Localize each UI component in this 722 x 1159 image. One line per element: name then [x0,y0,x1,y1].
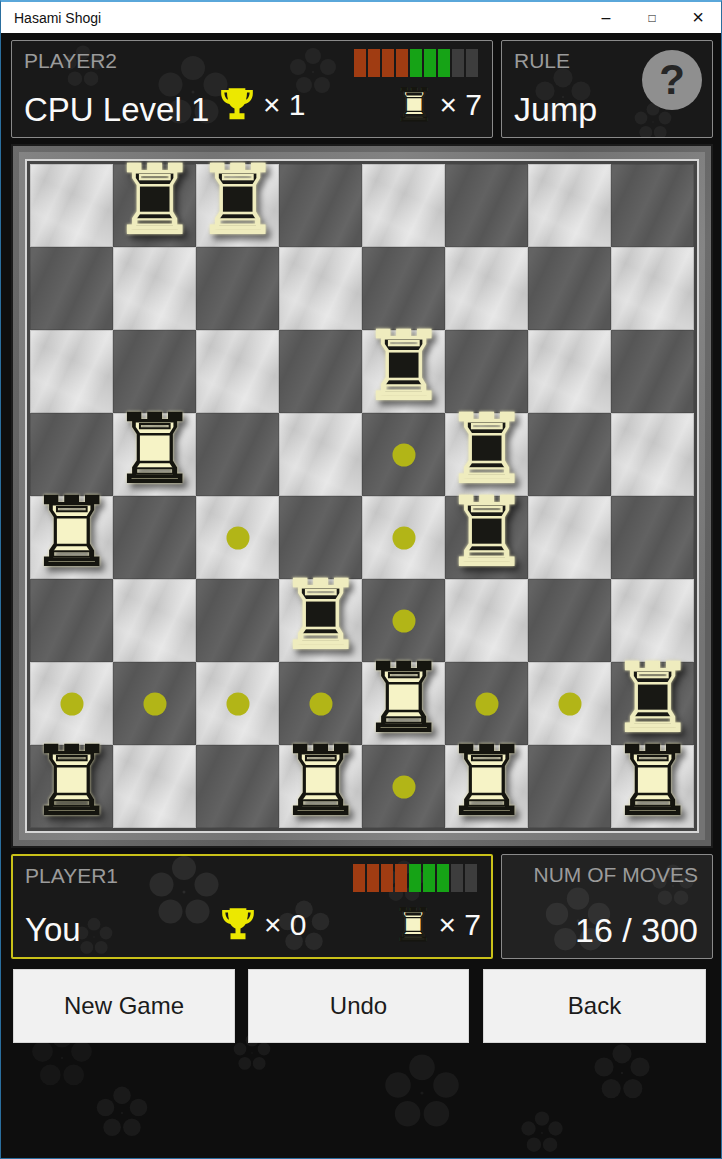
black-rook-piece: ♜♖ [444,485,529,580]
strength-segment-red [382,49,394,77]
board-square-r0c0[interactable] [30,164,113,247]
strength-segment-green [437,864,449,892]
rook-piece-icon: ♜♖ [392,903,432,947]
board-square-r7c5[interactable]: ♜♖ [445,745,528,828]
player1-name: You [25,911,81,949]
legal-move-dot [143,692,166,715]
legal-move-dot [392,526,415,549]
board-square-r0c7[interactable] [611,164,694,247]
board-square-r7c6[interactable] [528,745,611,828]
legal-move-dot [392,775,415,798]
board-square-r1c0[interactable] [30,247,113,330]
sakura-decoration [183,891,186,894]
new-game-button[interactable]: New Game [13,969,235,1043]
legal-move-dot [60,692,83,715]
strength-segment-gray [451,864,463,892]
maximize-button[interactable]: □ [629,2,675,33]
board-square-r2c0[interactable] [30,330,113,413]
player1-pieces: ♜♖ × 7 [392,903,481,947]
sakura-decoration [420,1091,423,1094]
board-square-r1c3[interactable] [279,247,362,330]
legal-move-dot [309,692,332,715]
player1-label: PLAYER1 [25,864,118,888]
board-square-r3c3[interactable] [279,413,362,496]
board-square-r6c4[interactable]: ♜♖ [362,662,445,745]
window-title: Hasami Shogi [1,10,583,26]
black-rook-piece: ♜♖ [195,153,280,248]
strength-segment-green [424,49,436,77]
legal-move-dot [558,692,581,715]
board-square-r1c5[interactable] [445,247,528,330]
black-rook-piece: ♜♖ [361,319,446,414]
strength-segment-gray [465,864,477,892]
board-square-r7c4[interactable] [362,745,445,828]
board-square-r7c1[interactable] [113,745,196,828]
strength-segment-gray [466,49,478,77]
player2-label: PLAYER2 [24,49,117,73]
white-rook-piece: ♜♖ [278,734,363,829]
minimize-button[interactable]: – [583,2,629,33]
sakura-decoration [121,1112,123,1114]
board-square-r2c2[interactable] [196,330,279,413]
board-square-r2c4[interactable]: ♜♖ [362,330,445,413]
strength-segment-red [367,864,379,892]
player1-wins-count: × 0 [264,908,307,942]
player1-pieces-count: × 7 [438,908,481,942]
strength-segment-green [423,864,435,892]
board-square-r2c6[interactable] [528,330,611,413]
sakura-decoration [61,1057,64,1060]
legal-move-dot [475,692,498,715]
board-square-r4c5[interactable]: ♜♖ [445,496,528,579]
rule-panel: RULE Jump ? [501,40,713,138]
board-square-r5c6[interactable] [528,579,611,662]
player1-wins: × 0 [218,905,307,945]
rule-label: RULE [514,49,570,73]
board-square-r5c1[interactable] [113,579,196,662]
legal-move-dot [226,692,249,715]
strength-segment-red [368,49,380,77]
hasami-shogi-board: ♜♖♜♖♜♖♜♖♜♖♜♖♜♖♜♖♜♖♜♖♜♖♜♖♜♖♜♖ [30,164,694,828]
strength-segment-gray [452,49,464,77]
board-square-r1c7[interactable] [611,247,694,330]
strength-segment-red [353,864,365,892]
board-square-r1c2[interactable] [196,247,279,330]
board-square-r7c7[interactable]: ♜♖ [611,745,694,828]
strength-segment-red [395,864,407,892]
board-square-r2c3[interactable] [279,330,362,413]
white-rook-piece: ♜♖ [29,734,114,829]
board-square-r7c3[interactable]: ♜♖ [279,745,362,828]
sakura-decoration [312,71,314,73]
board-square-r5c2[interactable] [196,579,279,662]
help-button[interactable]: ? [642,50,702,110]
board-square-r7c2[interactable] [196,745,279,828]
board-square-r6c6[interactable] [528,662,611,745]
board-square-r0c3[interactable] [279,164,362,247]
white-rook-piece: ♜♖ [444,734,529,829]
board-square-r4c2[interactable] [196,496,279,579]
board-square-r2c7[interactable] [611,330,694,413]
board-square-r4c4[interactable] [362,496,445,579]
board-square-r6c1[interactable] [113,662,196,745]
player2-wins: × 1 [217,85,306,125]
board-square-r3c2[interactable] [196,413,279,496]
legal-move-dot [392,609,415,632]
title-bar: Hasami Shogi – □ × [1,2,721,33]
strength-segment-green [409,864,421,892]
black-rook-piece: ♜♖ [112,153,197,248]
board-square-r0c4[interactable] [362,164,445,247]
strength-segment-green [410,49,422,77]
white-rook-piece: ♜♖ [112,402,197,497]
sakura-decoration [541,1132,543,1134]
player2-name: CPU Level 1 [24,91,209,129]
moves-label: NUM OF MOVES [533,863,698,887]
board-square-r3c4[interactable] [362,413,445,496]
player1-strength-bar [353,864,477,892]
black-rook-piece: ♜♖ [278,568,363,663]
close-button[interactable]: × [675,2,721,33]
sakura-decoration [621,1072,623,1074]
board-square-r6c2[interactable] [196,662,279,745]
board-square-r1c6[interactable] [528,247,611,330]
board-square-r0c6[interactable] [528,164,611,247]
board-square-r3c7[interactable] [611,413,694,496]
board-square-r0c2[interactable]: ♜♖ [196,164,279,247]
rook-piece-icon: ♜♖ [393,83,433,127]
moves-value: 16 / 300 [575,911,698,950]
legal-move-dot [392,443,415,466]
trophy-icon [217,85,257,125]
legal-move-dot [226,526,249,549]
sakura-decoration [652,121,654,123]
board-square-r5c3[interactable]: ♜♖ [279,579,362,662]
trophy-icon [218,905,258,945]
player2-wins-count: × 1 [263,88,306,122]
strength-segment-red [396,49,408,77]
board-square-r5c0[interactable] [30,579,113,662]
white-rook-piece: ♜♖ [610,734,695,829]
sakura-decoration [251,1052,253,1054]
rule-value: Jump [514,90,597,129]
strength-segment-red [354,49,366,77]
player2-pieces-count: × 7 [439,88,482,122]
board-square-r5c5[interactable] [445,579,528,662]
board-square-r4c1[interactable] [113,496,196,579]
moves-panel: NUM OF MOVES 16 / 300 [501,854,713,959]
white-rook-piece: ♜♖ [29,485,114,580]
board-square-r4c7[interactable] [611,496,694,579]
board-square-r0c5[interactable] [445,164,528,247]
board-square-r1c1[interactable] [113,247,196,330]
player2-strength-bar [354,49,478,77]
board-square-r7c0[interactable]: ♜♖ [30,745,113,828]
player2-pieces: ♜♖ × 7 [393,83,482,127]
board-square-r0c1[interactable]: ♜♖ [113,164,196,247]
sakura-decoration [93,936,95,938]
player2-panel: PLAYER2 CPU Level 1 × 1 ♜♖ × 7 [11,40,493,138]
board-square-r4c6[interactable] [528,496,611,579]
white-rook-piece: ♜♖ [361,651,446,746]
strength-segment-red [381,864,393,892]
board-frame: ♜♖♜♖♜♖♜♖♜♖♜♖♜♖♜♖♜♖♜♖♜♖♜♖♜♖♜♖ [11,144,713,848]
board-square-r3c1[interactable]: ♜♖ [113,413,196,496]
board-square-r3c6[interactable] [528,413,611,496]
strength-segment-green [438,49,450,77]
undo-button[interactable]: Undo [248,969,469,1043]
player1-panel: PLAYER1 You × 0 ♜♖ × 7 [11,854,493,959]
app-window: Hasami Shogi – □ × PLAYER2 CPU Level 1 ×… [0,0,722,1159]
board-square-r4c0[interactable]: ♜♖ [30,496,113,579]
board-inner-border: ♜♖♜♖♜♖♜♖♜♖♜♖♜♖♜♖♜♖♜♖♜♖♜♖♜♖♜♖ [25,159,699,833]
back-button[interactable]: Back [483,969,706,1043]
